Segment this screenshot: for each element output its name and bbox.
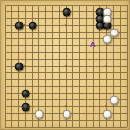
grid-line — [5, 99, 127, 100]
white-stone — [110, 96, 119, 105]
black-stone — [22, 89, 31, 98]
grid-line — [5, 72, 127, 73]
grid-line — [120, 5, 121, 127]
white-stone — [35, 110, 44, 119]
grid-line — [5, 86, 127, 87]
white-stone — [103, 110, 112, 119]
black-stone — [28, 22, 37, 31]
star-point — [65, 65, 67, 67]
grid-line — [5, 79, 127, 80]
grid-line — [5, 127, 127, 128]
star-point — [105, 65, 107, 67]
black-stone — [62, 8, 71, 17]
point-label-marker[interactable]: A — [90, 42, 95, 49]
go-board[interactable]: A — [0, 0, 130, 130]
white-stone — [103, 35, 112, 44]
black-stone — [22, 103, 31, 112]
star-point — [24, 24, 26, 26]
white-stone — [103, 15, 112, 24]
black-stone — [15, 22, 24, 31]
white-stone — [62, 110, 71, 119]
star-point — [65, 105, 67, 107]
grid-line — [113, 5, 114, 127]
grid-line — [5, 120, 127, 121]
black-stone — [15, 62, 24, 71]
grid-line — [79, 5, 80, 127]
grid-line — [72, 5, 73, 127]
star-point — [65, 24, 67, 26]
grid-line — [86, 5, 87, 127]
white-stone — [110, 28, 119, 37]
grid-line — [93, 5, 94, 127]
grid-line — [127, 5, 128, 127]
star-point — [24, 65, 26, 67]
star-point — [105, 105, 107, 107]
